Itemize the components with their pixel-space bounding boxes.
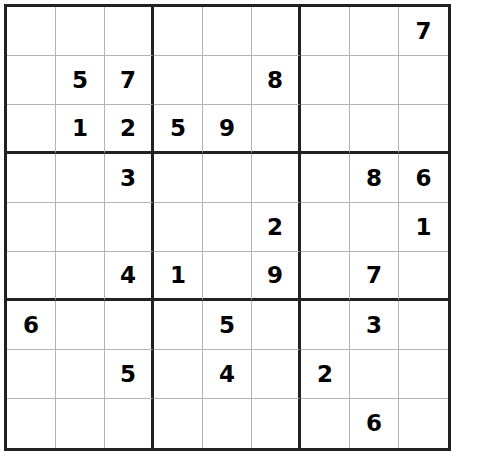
cell-r4c5[interactable] bbox=[203, 154, 252, 203]
cell-r8c2[interactable] bbox=[56, 350, 105, 399]
cell-r2c8[interactable] bbox=[350, 56, 399, 105]
cell-r6c8[interactable]: 7 bbox=[350, 252, 399, 301]
cell-r3c8[interactable] bbox=[350, 105, 399, 154]
cell-r1c1[interactable] bbox=[7, 7, 56, 56]
cell-r3c3[interactable]: 2 bbox=[105, 105, 154, 154]
cell-r1c6[interactable] bbox=[252, 7, 301, 56]
cell-r4c1[interactable] bbox=[7, 154, 56, 203]
cell-r8c9[interactable] bbox=[399, 350, 448, 399]
cell-r7c8[interactable]: 3 bbox=[350, 301, 399, 350]
cell-r6c6[interactable]: 9 bbox=[252, 252, 301, 301]
cell-r2c4[interactable] bbox=[154, 56, 203, 105]
cell-r8c6[interactable] bbox=[252, 350, 301, 399]
cell-r8c4[interactable] bbox=[154, 350, 203, 399]
cell-r8c8[interactable] bbox=[350, 350, 399, 399]
cell-r3c5[interactable]: 9 bbox=[203, 105, 252, 154]
cell-r7c6[interactable] bbox=[252, 301, 301, 350]
cell-r5c4[interactable] bbox=[154, 203, 203, 252]
cell-r4c9[interactable]: 6 bbox=[399, 154, 448, 203]
cell-r4c7[interactable] bbox=[301, 154, 350, 203]
cell-r5c7[interactable] bbox=[301, 203, 350, 252]
cell-r5c2[interactable] bbox=[56, 203, 105, 252]
cell-r5c9[interactable]: 1 bbox=[399, 203, 448, 252]
cell-r4c3[interactable]: 3 bbox=[105, 154, 154, 203]
sudoku-page: 757812593862141976535426 bbox=[0, 0, 477, 462]
cell-r4c6[interactable] bbox=[252, 154, 301, 203]
cell-r6c7[interactable] bbox=[301, 252, 350, 301]
cell-r7c5[interactable]: 5 bbox=[203, 301, 252, 350]
cell-r3c1[interactable] bbox=[7, 105, 56, 154]
cell-r6c9[interactable] bbox=[399, 252, 448, 301]
cell-r3c7[interactable] bbox=[301, 105, 350, 154]
cell-r2c3[interactable]: 7 bbox=[105, 56, 154, 105]
sudoku-board: 757812593862141976535426 bbox=[4, 4, 451, 451]
cell-r9c7[interactable] bbox=[301, 399, 350, 448]
cell-r1c5[interactable] bbox=[203, 7, 252, 56]
cell-r2c5[interactable] bbox=[203, 56, 252, 105]
cell-r4c8[interactable]: 8 bbox=[350, 154, 399, 203]
cell-r9c1[interactable] bbox=[7, 399, 56, 448]
cell-r9c5[interactable] bbox=[203, 399, 252, 448]
cell-r9c6[interactable] bbox=[252, 399, 301, 448]
cell-r7c9[interactable] bbox=[399, 301, 448, 350]
cell-r5c1[interactable] bbox=[7, 203, 56, 252]
cell-r1c7[interactable] bbox=[301, 7, 350, 56]
cell-r5c8[interactable] bbox=[350, 203, 399, 252]
cell-r2c9[interactable] bbox=[399, 56, 448, 105]
cell-r1c4[interactable] bbox=[154, 7, 203, 56]
cell-r3c9[interactable] bbox=[399, 105, 448, 154]
cell-r7c1[interactable]: 6 bbox=[7, 301, 56, 350]
cell-r2c2[interactable]: 5 bbox=[56, 56, 105, 105]
cell-r4c4[interactable] bbox=[154, 154, 203, 203]
cell-r9c8[interactable]: 6 bbox=[350, 399, 399, 448]
cell-r7c2[interactable] bbox=[56, 301, 105, 350]
cell-r6c1[interactable] bbox=[7, 252, 56, 301]
cell-r1c8[interactable] bbox=[350, 7, 399, 56]
cell-r8c3[interactable]: 5 bbox=[105, 350, 154, 399]
cell-r3c4[interactable]: 5 bbox=[154, 105, 203, 154]
cell-r9c9[interactable] bbox=[399, 399, 448, 448]
cell-r5c6[interactable]: 2 bbox=[252, 203, 301, 252]
cell-r3c2[interactable]: 1 bbox=[56, 105, 105, 154]
cell-r5c5[interactable] bbox=[203, 203, 252, 252]
cell-r3c6[interactable] bbox=[252, 105, 301, 154]
cell-r9c2[interactable] bbox=[56, 399, 105, 448]
cell-r8c1[interactable] bbox=[7, 350, 56, 399]
cell-r7c4[interactable] bbox=[154, 301, 203, 350]
cell-r2c6[interactable]: 8 bbox=[252, 56, 301, 105]
cell-r6c4[interactable]: 1 bbox=[154, 252, 203, 301]
cell-r1c2[interactable] bbox=[56, 7, 105, 56]
cell-r6c2[interactable] bbox=[56, 252, 105, 301]
cell-r9c4[interactable] bbox=[154, 399, 203, 448]
cell-r7c3[interactable] bbox=[105, 301, 154, 350]
cell-r7c7[interactable] bbox=[301, 301, 350, 350]
cell-r6c3[interactable]: 4 bbox=[105, 252, 154, 301]
cell-r9c3[interactable] bbox=[105, 399, 154, 448]
cell-r4c2[interactable] bbox=[56, 154, 105, 203]
cell-r1c9[interactable]: 7 bbox=[399, 7, 448, 56]
cell-r2c7[interactable] bbox=[301, 56, 350, 105]
cell-r1c3[interactable] bbox=[105, 7, 154, 56]
cell-r6c5[interactable] bbox=[203, 252, 252, 301]
cell-r2c1[interactable] bbox=[7, 56, 56, 105]
cell-r8c7[interactable]: 2 bbox=[301, 350, 350, 399]
cell-r5c3[interactable] bbox=[105, 203, 154, 252]
cell-r8c5[interactable]: 4 bbox=[203, 350, 252, 399]
